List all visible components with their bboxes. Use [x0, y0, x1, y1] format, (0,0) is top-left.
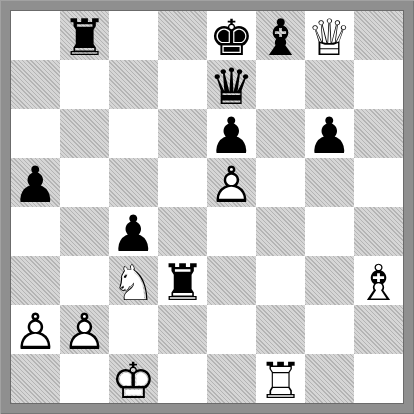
black-rook-b8[interactable]: ♜ — [60, 11, 109, 60]
white-knight-c3[interactable]: ♞♘ — [109, 256, 158, 305]
black-queen-e7[interactable]: ♛ — [207, 60, 256, 109]
square-e8[interactable]: ♚ — [207, 11, 256, 60]
square-h8[interactable] — [354, 11, 403, 60]
square-b7[interactable] — [60, 60, 109, 109]
black-rook-icon: ♜ — [60, 13, 109, 62]
square-b8[interactable]: ♜ — [60, 11, 109, 60]
white-pawn-e5[interactable]: ♟♙ — [207, 158, 256, 207]
white-pawn-outline-icon: ♙ — [11, 307, 60, 356]
square-f8[interactable]: ♝ — [256, 11, 305, 60]
square-b5[interactable] — [60, 158, 109, 207]
black-rook-d3[interactable]: ♜ — [158, 256, 207, 305]
square-e1[interactable] — [207, 354, 256, 403]
chess-board: ♜♚♝♛♕♛♟♟♟♟♙♟♞♘♜♝♗♟♙♟♙♚♔♜♖ — [11, 11, 403, 403]
black-queen-icon: ♛ — [207, 62, 256, 111]
square-a1[interactable] — [11, 354, 60, 403]
square-c8[interactable] — [109, 11, 158, 60]
black-king-e8[interactable]: ♚ — [207, 11, 256, 60]
square-e3[interactable] — [207, 256, 256, 305]
square-g2[interactable] — [305, 305, 354, 354]
white-bishop-icon: ♝ — [354, 258, 403, 307]
square-h5[interactable] — [354, 158, 403, 207]
white-pawn-icon: ♟ — [207, 160, 256, 209]
square-c2[interactable] — [109, 305, 158, 354]
white-pawn-icon: ♟ — [60, 307, 109, 356]
square-a8[interactable] — [11, 11, 60, 60]
square-a4[interactable] — [11, 207, 60, 256]
square-f3[interactable] — [256, 256, 305, 305]
black-pawn-a5[interactable]: ♟ — [11, 158, 60, 207]
square-d4[interactable] — [158, 207, 207, 256]
white-king-c1[interactable]: ♚♔ — [109, 354, 158, 403]
white-queen-outline-icon: ♕ — [305, 13, 354, 62]
square-c1[interactable]: ♚♔ — [109, 354, 158, 403]
square-f7[interactable] — [256, 60, 305, 109]
square-f5[interactable] — [256, 158, 305, 207]
black-pawn-icon: ♟ — [11, 160, 60, 209]
square-h2[interactable] — [354, 305, 403, 354]
white-pawn-outline-icon: ♙ — [60, 307, 109, 356]
white-rook-icon: ♜ — [256, 356, 305, 405]
square-a6[interactable] — [11, 109, 60, 158]
square-a5[interactable]: ♟ — [11, 158, 60, 207]
square-b1[interactable] — [60, 354, 109, 403]
square-c7[interactable] — [109, 60, 158, 109]
white-bishop-h3[interactable]: ♝♗ — [354, 256, 403, 305]
square-d2[interactable] — [158, 305, 207, 354]
square-h7[interactable] — [354, 60, 403, 109]
square-f1[interactable]: ♜♖ — [256, 354, 305, 403]
square-c5[interactable] — [109, 158, 158, 207]
white-queen-g8[interactable]: ♛♕ — [305, 11, 354, 60]
square-b2[interactable]: ♟♙ — [60, 305, 109, 354]
square-a3[interactable] — [11, 256, 60, 305]
white-king-icon: ♚ — [109, 356, 158, 405]
white-pawn-a2[interactable]: ♟♙ — [11, 305, 60, 354]
square-d1[interactable] — [158, 354, 207, 403]
black-rook-icon: ♜ — [158, 258, 207, 307]
square-g1[interactable] — [305, 354, 354, 403]
square-c4[interactable]: ♟ — [109, 207, 158, 256]
white-bishop-outline-icon: ♗ — [354, 258, 403, 307]
square-d6[interactable] — [158, 109, 207, 158]
square-a7[interactable] — [11, 60, 60, 109]
black-pawn-icon: ♟ — [109, 209, 158, 258]
white-rook-outline-icon: ♖ — [256, 356, 305, 405]
board-frame: ♜♚♝♛♕♛♟♟♟♟♙♟♞♘♜♝♗♟♙♟♙♚♔♜♖ — [0, 0, 414, 414]
square-f6[interactable] — [256, 109, 305, 158]
square-g6[interactable]: ♟ — [305, 109, 354, 158]
square-h6[interactable] — [354, 109, 403, 158]
square-c6[interactable] — [109, 109, 158, 158]
square-f2[interactable] — [256, 305, 305, 354]
square-e6[interactable]: ♟ — [207, 109, 256, 158]
square-d7[interactable] — [158, 60, 207, 109]
square-e7[interactable]: ♛ — [207, 60, 256, 109]
white-pawn-b2[interactable]: ♟♙ — [60, 305, 109, 354]
black-pawn-g6[interactable]: ♟ — [305, 109, 354, 158]
square-h4[interactable] — [354, 207, 403, 256]
white-rook-f1[interactable]: ♜♖ — [256, 354, 305, 403]
white-knight-outline-icon: ♘ — [109, 258, 158, 307]
white-queen-icon: ♛ — [305, 13, 354, 62]
square-g5[interactable] — [305, 158, 354, 207]
square-e2[interactable] — [207, 305, 256, 354]
black-king-icon: ♚ — [207, 13, 256, 62]
white-king-outline-icon: ♔ — [109, 356, 158, 405]
square-h3[interactable]: ♝♗ — [354, 256, 403, 305]
square-a2[interactable]: ♟♙ — [11, 305, 60, 354]
square-e4[interactable] — [207, 207, 256, 256]
black-bishop-f8[interactable]: ♝ — [256, 11, 305, 60]
square-d8[interactable] — [158, 11, 207, 60]
black-pawn-e6[interactable]: ♟ — [207, 109, 256, 158]
square-g4[interactable] — [305, 207, 354, 256]
square-c3[interactable]: ♞♘ — [109, 256, 158, 305]
square-d5[interactable] — [158, 158, 207, 207]
white-pawn-outline-icon: ♙ — [207, 160, 256, 209]
white-knight-icon: ♞ — [109, 258, 158, 307]
square-e5[interactable]: ♟♙ — [207, 158, 256, 207]
square-g3[interactable] — [305, 256, 354, 305]
black-pawn-icon: ♟ — [207, 111, 256, 160]
square-b3[interactable] — [60, 256, 109, 305]
white-pawn-icon: ♟ — [11, 307, 60, 356]
black-pawn-icon: ♟ — [305, 111, 354, 160]
black-bishop-icon: ♝ — [256, 13, 305, 62]
square-b4[interactable] — [60, 207, 109, 256]
square-g8[interactable]: ♛♕ — [305, 11, 354, 60]
black-pawn-c4[interactable]: ♟ — [109, 207, 158, 256]
square-f4[interactable] — [256, 207, 305, 256]
square-g7[interactable] — [305, 60, 354, 109]
square-h1[interactable] — [354, 354, 403, 403]
square-d3[interactable]: ♜ — [158, 256, 207, 305]
square-b6[interactable] — [60, 109, 109, 158]
